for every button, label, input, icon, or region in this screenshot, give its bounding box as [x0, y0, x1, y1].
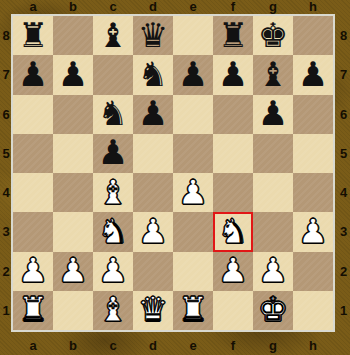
file-label-top-f: f	[213, 0, 253, 13]
square-g5[interactable]	[253, 134, 293, 173]
file-label-top-a: a	[13, 0, 53, 13]
rank-label-right-5: 5	[337, 134, 350, 173]
square-b5[interactable]	[53, 134, 93, 173]
square-d1[interactable]: ♛	[133, 291, 173, 330]
file-labels-top: abcdefgh	[13, 0, 333, 13]
square-a8[interactable]: ♜	[13, 16, 53, 55]
square-g1[interactable]: ♚	[253, 291, 293, 330]
piece-white-pawn[interactable]: ♟	[58, 253, 88, 287]
file-label-bottom-e: e	[173, 336, 213, 354]
square-e3[interactable]	[173, 212, 213, 251]
square-b1[interactable]	[53, 291, 93, 330]
square-a5[interactable]	[13, 134, 53, 173]
square-c7[interactable]	[93, 55, 133, 94]
piece-white-pawn[interactable]: ♟	[18, 253, 48, 287]
piece-white-pawn[interactable]: ♟	[178, 175, 208, 209]
piece-black-knight[interactable]: ♞	[98, 96, 128, 130]
square-d5[interactable]	[133, 134, 173, 173]
square-d7[interactable]: ♞	[133, 55, 173, 94]
piece-white-queen[interactable]: ♛	[138, 292, 168, 326]
square-f8[interactable]: ♜	[213, 16, 253, 55]
piece-black-pawn[interactable]: ♟	[298, 57, 328, 91]
piece-white-pawn[interactable]: ♟	[258, 253, 288, 287]
rank-label-right-8: 8	[337, 16, 350, 55]
rank-label-right-3: 3	[337, 212, 350, 251]
piece-black-pawn[interactable]: ♟	[58, 57, 88, 91]
square-f7[interactable]: ♟	[213, 55, 253, 94]
square-h8[interactable]	[293, 16, 333, 55]
square-f5[interactable]	[213, 134, 253, 173]
piece-white-bishop[interactable]: ♝	[98, 292, 128, 326]
square-b6[interactable]	[53, 95, 93, 134]
square-g7[interactable]: ♝	[253, 55, 293, 94]
square-e5[interactable]	[173, 134, 213, 173]
rank-labels-right: 87654321	[337, 16, 350, 330]
square-a2[interactable]: ♟	[13, 252, 53, 291]
file-label-top-d: d	[133, 0, 173, 13]
square-e7[interactable]: ♟	[173, 55, 213, 94]
square-h2[interactable]	[293, 252, 333, 291]
square-c2[interactable]: ♟	[93, 252, 133, 291]
piece-black-knight[interactable]: ♞	[138, 57, 168, 91]
file-label-top-b: b	[53, 0, 93, 13]
square-a3[interactable]	[13, 212, 53, 251]
square-c3[interactable]: ♞	[93, 212, 133, 251]
square-g3[interactable]	[253, 212, 293, 251]
file-label-bottom-f: f	[213, 336, 253, 354]
square-c1[interactable]: ♝	[93, 291, 133, 330]
square-h1[interactable]	[293, 291, 333, 330]
square-c5[interactable]: ♟	[93, 134, 133, 173]
square-g6[interactable]: ♟	[253, 95, 293, 134]
piece-black-pawn[interactable]: ♟	[258, 96, 288, 130]
file-label-top-c: c	[93, 0, 133, 13]
square-f2[interactable]: ♟	[213, 252, 253, 291]
file-label-bottom-d: d	[133, 336, 173, 354]
square-h7[interactable]: ♟	[293, 55, 333, 94]
square-e4[interactable]: ♟	[173, 173, 213, 212]
square-h5[interactable]	[293, 134, 333, 173]
square-a1[interactable]: ♜	[13, 291, 53, 330]
file-label-top-g: g	[253, 0, 293, 13]
piece-black-pawn[interactable]: ♟	[178, 57, 208, 91]
square-d2[interactable]	[133, 252, 173, 291]
piece-black-bishop[interactable]: ♝	[98, 18, 128, 52]
square-f4[interactable]	[213, 173, 253, 212]
square-g4[interactable]	[253, 173, 293, 212]
piece-black-pawn[interactable]: ♟	[138, 96, 168, 130]
piece-white-bishop[interactable]: ♝	[98, 175, 128, 209]
file-label-bottom-g: g	[253, 336, 293, 354]
square-g2[interactable]: ♟	[253, 252, 293, 291]
square-a4[interactable]	[13, 173, 53, 212]
piece-black-king[interactable]: ♚	[258, 18, 288, 52]
chess-app: abcdefgh abcdefgh 87654321 87654321 ♜♝♛♜…	[0, 0, 350, 355]
piece-black-rook[interactable]: ♜	[18, 18, 48, 52]
piece-black-pawn[interactable]: ♟	[98, 135, 128, 169]
square-h3[interactable]: ♟	[293, 212, 333, 251]
square-h4[interactable]	[293, 173, 333, 212]
square-e1[interactable]: ♜	[173, 291, 213, 330]
piece-white-pawn[interactable]: ♟	[298, 214, 328, 248]
file-label-top-e: e	[173, 0, 213, 13]
piece-black-rook[interactable]: ♜	[218, 18, 248, 52]
piece-white-king[interactable]: ♚	[258, 292, 288, 326]
piece-black-pawn[interactable]: ♟	[218, 57, 248, 91]
rank-label-right-7: 7	[337, 55, 350, 94]
square-c8[interactable]: ♝	[93, 16, 133, 55]
piece-white-pawn[interactable]: ♟	[98, 253, 128, 287]
rank-label-right-2: 2	[337, 252, 350, 291]
square-e6[interactable]	[173, 95, 213, 134]
chess-board: ♜♝♛♜♚♟♟♞♟♟♝♟♞♟♟♟♝♟♞♟♞♟♟♟♟♟♟♜♝♛♜♚	[11, 14, 335, 332]
square-a7[interactable]: ♟	[13, 55, 53, 94]
square-b7[interactable]: ♟	[53, 55, 93, 94]
file-label-bottom-c: c	[93, 336, 133, 354]
file-label-bottom-b: b	[53, 336, 93, 354]
piece-white-knight[interactable]: ♞	[98, 214, 128, 248]
square-h6[interactable]	[293, 95, 333, 134]
rank-label-right-6: 6	[337, 95, 350, 134]
square-f6[interactable]	[213, 95, 253, 134]
piece-white-knight[interactable]: ♞	[218, 214, 248, 248]
square-b2[interactable]: ♟	[53, 252, 93, 291]
square-e2[interactable]	[173, 252, 213, 291]
piece-white-pawn[interactable]: ♟	[218, 253, 248, 287]
square-b4[interactable]	[53, 173, 93, 212]
square-f3[interactable]: ♞	[213, 212, 253, 251]
square-g8[interactable]: ♚	[253, 16, 293, 55]
file-label-bottom-a: a	[13, 336, 53, 354]
square-f1[interactable]	[213, 291, 253, 330]
rank-label-right-1: 1	[337, 291, 350, 330]
piece-white-rook[interactable]: ♜	[18, 292, 48, 326]
file-label-top-h: h	[293, 0, 333, 13]
square-d3[interactable]: ♟	[133, 212, 173, 251]
square-d4[interactable]	[133, 173, 173, 212]
square-d8[interactable]: ♛	[133, 16, 173, 55]
piece-black-queen[interactable]: ♛	[138, 18, 168, 52]
square-b3[interactable]	[53, 212, 93, 251]
square-c4[interactable]: ♝	[93, 173, 133, 212]
square-c6[interactable]: ♞	[93, 95, 133, 134]
square-b8[interactable]	[53, 16, 93, 55]
file-labels-bottom: abcdefgh	[13, 336, 333, 354]
piece-black-bishop[interactable]: ♝	[258, 57, 288, 91]
square-a6[interactable]	[13, 95, 53, 134]
piece-white-rook[interactable]: ♜	[178, 292, 208, 326]
piece-black-pawn[interactable]: ♟	[18, 57, 48, 91]
square-d6[interactable]: ♟	[133, 95, 173, 134]
square-e8[interactable]	[173, 16, 213, 55]
rank-label-right-4: 4	[337, 173, 350, 212]
piece-white-pawn[interactable]: ♟	[138, 214, 168, 248]
file-label-bottom-h: h	[293, 336, 333, 354]
